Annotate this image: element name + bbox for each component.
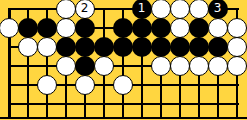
- stone-black-1: 1: [132, 0, 152, 19]
- stone-black: [113, 18, 133, 38]
- stone-white: [56, 18, 76, 38]
- move-number-label: 3: [214, 2, 222, 14]
- move-number-label: 2: [81, 2, 89, 14]
- stone-white: [227, 18, 247, 38]
- stone-black: [113, 37, 133, 57]
- move-number-label: 1: [138, 2, 146, 14]
- grid-line: [0, 117, 247, 119]
- stone-black: [132, 37, 152, 57]
- stone-white: [56, 56, 76, 76]
- stone-white: [189, 56, 209, 76]
- stone-black: [151, 18, 171, 38]
- stone-white: [18, 37, 38, 57]
- stone-black: [189, 18, 209, 38]
- stone-white: [75, 75, 95, 95]
- stone-black-3: 3: [208, 0, 228, 19]
- stone-black: [75, 18, 95, 38]
- stone-black: [75, 56, 95, 76]
- stone-white: [37, 75, 57, 95]
- stone-white: [227, 56, 247, 76]
- stone-black: [189, 37, 209, 57]
- stone-white: [113, 75, 133, 95]
- stone-white-2: 2: [75, 0, 95, 19]
- stone-white: [170, 56, 190, 76]
- stone-white: [208, 18, 228, 38]
- stone-white: [94, 56, 114, 76]
- stone-black: [132, 18, 152, 38]
- stone-black: [170, 37, 190, 57]
- stone-white: [170, 18, 190, 38]
- stone-white: [37, 37, 57, 57]
- stone-white: [208, 56, 228, 76]
- stone-white: [151, 56, 171, 76]
- stone-black: [18, 18, 38, 38]
- stone-white: [189, 0, 209, 19]
- stone-black: [75, 37, 95, 57]
- stone-white: [56, 0, 76, 19]
- stone-black: [151, 37, 171, 57]
- stone-white: [170, 0, 190, 19]
- stone-black: [56, 37, 76, 57]
- stone-black: [37, 18, 57, 38]
- stone-black: [94, 37, 114, 57]
- stone-white: [227, 37, 247, 57]
- stone-white: [151, 0, 171, 19]
- board-stones: 213: [0, 0, 246, 113]
- stone-white: [0, 18, 19, 38]
- stone-black: [208, 37, 228, 57]
- go-board-diagram: 213: [0, 0, 247, 120]
